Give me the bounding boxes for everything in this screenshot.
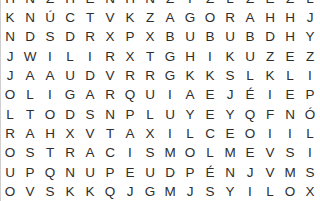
grid-cell-r1c15[interactable]: J	[300, 8, 320, 27]
grid-cell-r0c15[interactable]: L	[300, 0, 320, 8]
grid-cell-r2c6[interactable]: P	[120, 28, 140, 47]
grid-cell-r0c9[interactable]: I	[180, 0, 200, 8]
grid-cell-r9c7[interactable]: U	[140, 163, 160, 182]
grid-cell-r9c10[interactable]: É	[200, 163, 220, 182]
grid-cell-r7c2[interactable]: H	[40, 124, 60, 143]
grid-cell-r9c2[interactable]: Q	[40, 163, 60, 182]
grid-cell-r8c1[interactable]: S	[20, 143, 40, 162]
grid-cell-r5c5[interactable]: R	[100, 85, 120, 104]
grid-cell-r6c15[interactable]: Ó	[300, 105, 320, 124]
grid-cell-r5c1[interactable]: L	[20, 85, 40, 104]
grid-cell-r4c0[interactable]: J	[0, 66, 20, 85]
grid-cell-r9c9[interactable]: P	[180, 163, 200, 182]
grid-cell-r7c8[interactable]: I	[160, 124, 180, 143]
grid-cell-r9c8[interactable]: D	[160, 163, 180, 182]
grid-cell-r0c3[interactable]: H	[60, 0, 80, 8]
grid-cell-r8c0[interactable]: O	[0, 143, 20, 162]
grid-cell-r5c10[interactable]: E	[200, 85, 220, 104]
grid-cell-r1c3[interactable]: C	[60, 8, 80, 27]
grid-cell-r2c5[interactable]: X	[100, 28, 120, 47]
grid-cell-r3c12[interactable]: U	[240, 47, 260, 66]
grid-cell-r2c12[interactable]: B	[240, 28, 260, 47]
grid-cell-r4c6[interactable]: R	[120, 66, 140, 85]
grid-cell-r7c7[interactable]: X	[140, 124, 160, 143]
grid-cell-r4c4[interactable]: D	[80, 66, 100, 85]
grid-cell-r7c0[interactable]: R	[0, 124, 20, 143]
grid-cell-r1c11[interactable]: R	[220, 8, 240, 27]
grid-cell-r2c15[interactable]: Y	[300, 28, 320, 47]
grid-cell-r5c0[interactable]: O	[0, 85, 20, 104]
grid-cell-r7c3[interactable]: X	[60, 124, 80, 143]
grid-cell-r3c13[interactable]: Z	[260, 47, 280, 66]
grid-cell-r1c2[interactable]: Ú	[40, 8, 60, 27]
grid-cell-r8c7[interactable]: S	[140, 143, 160, 162]
grid-cell-r0c6[interactable]: H	[120, 0, 140, 8]
grid-cell-r5c7[interactable]: U	[140, 85, 160, 104]
grid-cell-r9c15[interactable]: S	[300, 163, 320, 182]
grid-cell-r0c1[interactable]: N	[20, 0, 40, 8]
grid-cell-r10c3[interactable]: K	[60, 182, 80, 201]
grid-cell-r10c9[interactable]: J	[180, 182, 200, 201]
grid-cell-r3c6[interactable]: X	[120, 47, 140, 66]
grid-cell-r8c2[interactable]: T	[40, 143, 60, 162]
grid-cell-r4c7[interactable]: R	[140, 66, 160, 85]
grid-cell-r3c10[interactable]: I	[200, 47, 220, 66]
grid-cell-r6c11[interactable]: Y	[220, 105, 240, 124]
grid-cell-r5c6[interactable]: Q	[120, 85, 140, 104]
grid-cell-r1c8[interactable]: A	[160, 8, 180, 27]
grid-cell-r7c13[interactable]: I	[260, 124, 280, 143]
grid-cell-r5c14[interactable]: E	[280, 85, 300, 104]
grid-cell-r6c5[interactable]: N	[100, 105, 120, 124]
grid-cell-r10c5[interactable]: Q	[100, 182, 120, 201]
grid-cell-r10c13[interactable]: L	[260, 182, 280, 201]
grid-cell-r2c0[interactable]: N	[0, 28, 20, 47]
grid-cell-r7c14[interactable]: I	[280, 124, 300, 143]
grid-cell-r1c10[interactable]: O	[200, 8, 220, 27]
grid-cell-r8c15[interactable]: I	[300, 143, 320, 162]
grid-cell-r4c14[interactable]: L	[280, 66, 300, 85]
grid-cell-r6c6[interactable]: P	[120, 105, 140, 124]
grid-cell-r2c14[interactable]: H	[280, 28, 300, 47]
grid-cell-r4c10[interactable]: K	[200, 66, 220, 85]
grid-cell-r10c7[interactable]: G	[140, 182, 160, 201]
grid-cell-r10c0[interactable]: O	[0, 182, 20, 201]
grid-cell-r1c12[interactable]: A	[240, 8, 260, 27]
grid-cell-r7c6[interactable]: A	[120, 124, 140, 143]
grid-cell-r3c2[interactable]: I	[40, 47, 60, 66]
grid-cell-r1c1[interactable]: N	[20, 8, 40, 27]
grid-cell-r0c14[interactable]: Z	[280, 0, 300, 8]
grid-cell-r6c1[interactable]: T	[20, 105, 40, 124]
grid-cell-r4c5[interactable]: V	[100, 66, 120, 85]
grid-cell-r9c3[interactable]: N	[60, 163, 80, 182]
grid-cell-r1c4[interactable]: T	[80, 8, 100, 27]
grid-cell-r7c1[interactable]: A	[20, 124, 40, 143]
grid-cell-r1c9[interactable]: G	[180, 8, 200, 27]
grid-cell-r4c9[interactable]: K	[180, 66, 200, 85]
grid-cell-r3c5[interactable]: R	[100, 47, 120, 66]
grid-cell-r5c15[interactable]: P	[300, 85, 320, 104]
grid-cell-r6c14[interactable]: N	[280, 105, 300, 124]
grid-cell-r9c12[interactable]: J	[240, 163, 260, 182]
grid-cell-r1c0[interactable]: K	[0, 8, 20, 27]
grid-cell-r3c9[interactable]: H	[180, 47, 200, 66]
grid-cell-r7c5[interactable]: T	[100, 124, 120, 143]
grid-cell-r9c11[interactable]: N	[220, 163, 240, 182]
grid-cell-r4c3[interactable]: U	[60, 66, 80, 85]
grid-cell-r1c14[interactable]: H	[280, 8, 300, 27]
grid-cell-r8c9[interactable]: O	[180, 143, 200, 162]
grid-cell-r3c14[interactable]: E	[280, 47, 300, 66]
grid-cell-r8c8[interactable]: M	[160, 143, 180, 162]
grid-cell-r7c9[interactable]: L	[180, 124, 200, 143]
grid-cell-r8c12[interactable]: E	[240, 143, 260, 162]
grid-cell-r3c8[interactable]: G	[160, 47, 180, 66]
grid-cell-r10c10[interactable]: S	[200, 182, 220, 201]
grid-cell-r0c4[interactable]: E	[80, 0, 100, 8]
grid-cell-r5c8[interactable]: I	[160, 85, 180, 104]
grid-cell-r9c4[interactable]: U	[80, 163, 100, 182]
grid-cell-r2c11[interactable]: U	[220, 28, 240, 47]
grid-cell-r2c10[interactable]: B	[200, 28, 220, 47]
grid-cell-r1c13[interactable]: H	[260, 8, 280, 27]
grid-cell-r3c4[interactable]: I	[80, 47, 100, 66]
grid-cell-r10c8[interactable]: M	[160, 182, 180, 201]
grid-cell-r4c1[interactable]: A	[20, 66, 40, 85]
grid-cell-r5c4[interactable]: A	[80, 85, 100, 104]
grid-cell-r4c15[interactable]: I	[300, 66, 320, 85]
grid-cell-r0c5[interactable]: N	[100, 0, 120, 8]
grid-cell-r8c11[interactable]: M	[220, 143, 240, 162]
grid-cell-r0c13[interactable]: E	[260, 0, 280, 8]
grid-cell-r3c1[interactable]: W	[20, 47, 40, 66]
word-search-grid: HNZHENHNZIZLZEZLKNÚCTVKZAGORAHHJNDSDRXPX…	[0, 0, 320, 201]
grid-cell-r4c13[interactable]: K	[260, 66, 280, 85]
grid-cell-r2c1[interactable]: D	[20, 28, 40, 47]
grid-cell-r0c10[interactable]: Z	[200, 0, 220, 8]
grid-cell-r10c6[interactable]: J	[120, 182, 140, 201]
grid-cell-r8c14[interactable]: S	[280, 143, 300, 162]
grid-cell-r1c6[interactable]: K	[120, 8, 140, 27]
grid-cell-r3c7[interactable]: T	[140, 47, 160, 66]
grid-cell-r9c0[interactable]: U	[0, 163, 20, 182]
grid-cell-r8c5[interactable]: C	[100, 143, 120, 162]
grid-cell-r5c13[interactable]: I	[260, 85, 280, 104]
grid-cell-r8c13[interactable]: V	[260, 143, 280, 162]
grid-cell-r1c5[interactable]: V	[100, 8, 120, 27]
grid-cell-r6c9[interactable]: Y	[180, 105, 200, 124]
grid-cell-r0c0[interactable]: H	[0, 0, 20, 8]
grid-cell-r7c15[interactable]: L	[300, 124, 320, 143]
grid-cell-r10c2[interactable]: S	[40, 182, 60, 201]
grid-cell-r9c1[interactable]: P	[20, 163, 40, 182]
grid-cell-r9c6[interactable]: E	[120, 163, 140, 182]
grid-cell-r0c11[interactable]: L	[220, 0, 240, 8]
grid-cell-r2c7[interactable]: X	[140, 28, 160, 47]
grid-cell-r2c9[interactable]: U	[180, 28, 200, 47]
board-left-border	[0, 0, 1, 201]
grid-cell-r10c15[interactable]: X	[300, 182, 320, 201]
grid-cell-r7c11[interactable]: E	[220, 124, 240, 143]
grid-cell-r6c3[interactable]: D	[60, 105, 80, 124]
grid-cell-r7c4[interactable]: V	[80, 124, 100, 143]
grid-cell-r6c4[interactable]: S	[80, 105, 100, 124]
grid-cell-r0c7[interactable]: N	[140, 0, 160, 8]
grid-cell-r4c12[interactable]: L	[240, 66, 260, 85]
grid-cell-r3c0[interactable]: J	[0, 47, 20, 66]
grid-cell-r0c12[interactable]: Z	[240, 0, 260, 8]
grid-cell-r5c2[interactable]: I	[40, 85, 60, 104]
grid-cell-r4c11[interactable]: S	[220, 66, 240, 85]
grid-cell-r7c10[interactable]: C	[200, 124, 220, 143]
grid-cell-r8c6[interactable]: I	[120, 143, 140, 162]
grid-cell-r1c7[interactable]: Z	[140, 8, 160, 27]
grid-cell-r8c4[interactable]: A	[80, 143, 100, 162]
grid-cell-r2c2[interactable]: S	[40, 28, 60, 47]
grid-cell-r10c4[interactable]: K	[80, 182, 100, 201]
grid-cell-r8c10[interactable]: L	[200, 143, 220, 162]
grid-cell-r10c14[interactable]: O	[280, 182, 300, 201]
grid-cell-r7c12[interactable]: O	[240, 124, 260, 143]
grid-cell-r6c12[interactable]: Q	[240, 105, 260, 124]
grid-cell-r5c12[interactable]: É	[240, 85, 260, 104]
grid-cell-r6c0[interactable]: L	[0, 105, 20, 124]
grid-cell-r10c1[interactable]: V	[20, 182, 40, 201]
grid-cell-r6c2[interactable]: O	[40, 105, 60, 124]
grid-cell-r2c3[interactable]: D	[60, 28, 80, 47]
grid-cell-r2c4[interactable]: R	[80, 28, 100, 47]
grid-cell-r2c8[interactable]: B	[160, 28, 180, 47]
grid-cell-r4c8[interactable]: G	[160, 66, 180, 85]
grid-cell-r6c13[interactable]: F	[260, 105, 280, 124]
grid-cell-r3c3[interactable]: L	[60, 47, 80, 66]
grid-cell-r6c10[interactable]: E	[200, 105, 220, 124]
grid-cell-r2c13[interactable]: D	[260, 28, 280, 47]
grid-cell-r6c8[interactable]: U	[160, 105, 180, 124]
grid-cell-r9c14[interactable]: M	[280, 163, 300, 182]
grid-cell-r3c15[interactable]: Z	[300, 47, 320, 66]
grid-cell-r4c2[interactable]: A	[40, 66, 60, 85]
grid-cell-r0c8[interactable]: Z	[160, 0, 180, 8]
grid-cell-r8c3[interactable]: R	[60, 143, 80, 162]
grid-cell-r0c2[interactable]: Z	[40, 0, 60, 8]
grid-cell-r5c9[interactable]: A	[180, 85, 200, 104]
grid-cell-r6c7[interactable]: L	[140, 105, 160, 124]
grid-cell-r5c3[interactable]: G	[60, 85, 80, 104]
word-search-screen: HNZHENHNZIZLZEZLKNÚCTVKZAGORAHHJNDSDRXPX…	[0, 0, 320, 201]
grid-cell-r9c5[interactable]: P	[100, 163, 120, 182]
grid-cell-r9c13[interactable]: V	[260, 163, 280, 182]
grid-cell-r3c11[interactable]: K	[220, 47, 240, 66]
grid-cell-r10c12[interactable]: I	[240, 182, 260, 201]
grid-cell-r10c11[interactable]: Y	[220, 182, 240, 201]
grid-cell-r5c11[interactable]: J	[220, 85, 240, 104]
